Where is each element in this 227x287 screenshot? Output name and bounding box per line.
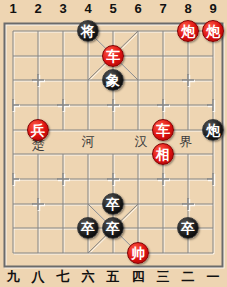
piece-black-elephant[interactable]: 象: [102, 69, 124, 91]
piece-red-soldier[interactable]: 兵: [27, 119, 49, 141]
red-general-glyph: 帅: [131, 246, 145, 260]
black-cannon-glyph: 炮: [206, 123, 220, 137]
piece-red-elephant[interactable]: 相: [152, 143, 174, 165]
red-chariot-a-glyph: 车: [106, 49, 120, 63]
piece-black-cannon[interactable]: 炮: [202, 119, 224, 141]
red-cannon-b-glyph: 炮: [206, 24, 220, 38]
piece-red-chariot-b[interactable]: 车: [152, 119, 174, 141]
red-soldier-glyph: 兵: [31, 123, 45, 137]
black-general-glyph: 将: [81, 24, 95, 38]
piece-black-soldier-a[interactable]: 卒: [102, 193, 124, 215]
piece-black-soldier-b[interactable]: 卒: [77, 217, 99, 239]
river-label-2: 河: [82, 135, 95, 148]
piece-red-general[interactable]: 帅: [127, 242, 149, 264]
piece-black-general[interactable]: 将: [77, 20, 99, 42]
piece-red-chariot-a[interactable]: 车: [102, 45, 124, 67]
piece-red-cannon-a[interactable]: 炮: [177, 20, 199, 42]
piece-red-cannon-b[interactable]: 炮: [202, 20, 224, 42]
black-soldier-d-glyph: 卒: [181, 221, 195, 235]
red-cannon-a-glyph: 炮: [181, 24, 195, 38]
piece-black-soldier-c[interactable]: 卒: [102, 217, 124, 239]
piece-black-soldier-d[interactable]: 卒: [177, 217, 199, 239]
black-soldier-a-glyph: 卒: [106, 197, 120, 211]
black-soldier-c-glyph: 卒: [106, 221, 120, 235]
black-soldier-b-glyph: 卒: [81, 221, 95, 235]
red-elephant-glyph: 相: [156, 147, 170, 161]
river-label-4: 界: [180, 135, 193, 148]
black-elephant-glyph: 象: [106, 73, 120, 87]
xiangqi-board[interactable]: 123456789 楚河汉界 将炮炮车象兵车炮相卒卒卒卒帅 九八七六五四三二一: [0, 0, 227, 287]
river-label-3: 汉: [135, 135, 148, 148]
red-chariot-b-glyph: 车: [156, 123, 170, 137]
